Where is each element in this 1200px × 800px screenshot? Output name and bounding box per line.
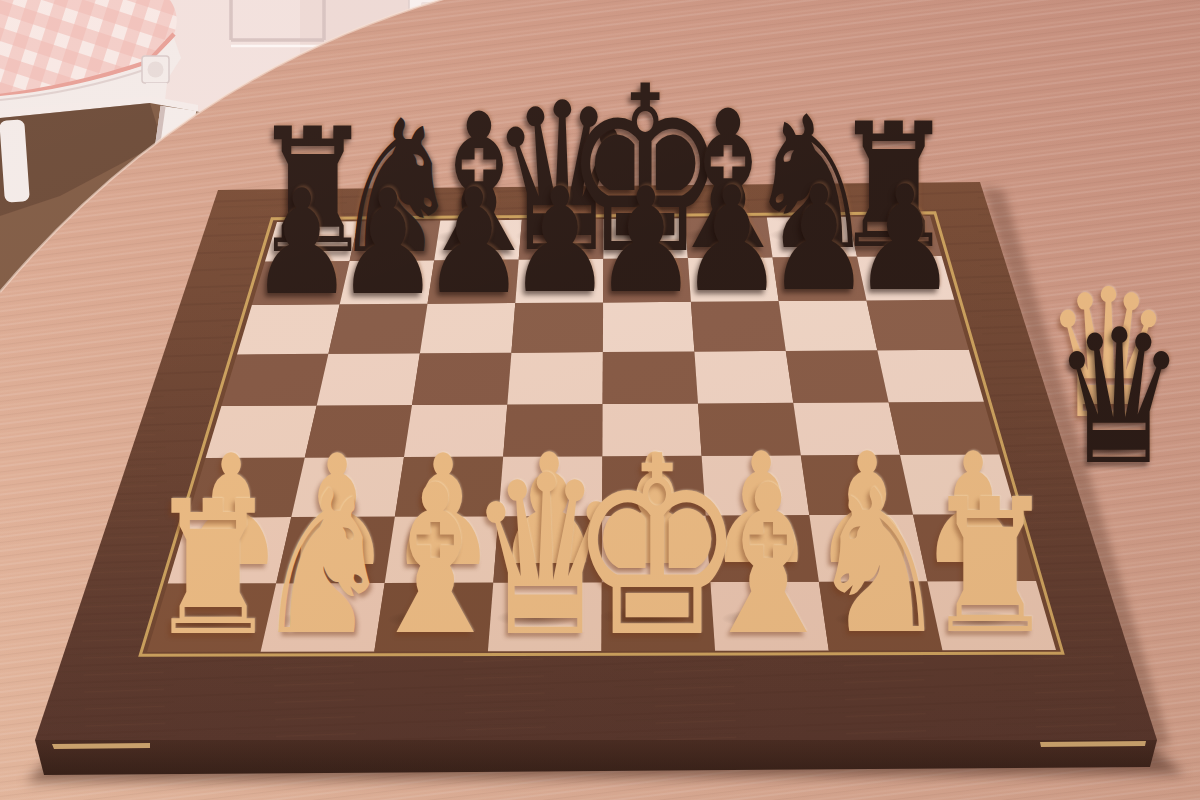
piece-black-queen-spare[interactable]: ♛ bbox=[1052, 305, 1185, 491]
photo-scene: ♜♞♝♛♚♝♞♜♟♟♟♟♟♟♟♟♟♟♟♟♟♟♟♟♜♞♝♛♚♝♞♜♛♛ bbox=[0, 0, 1200, 800]
square-a5[interactable] bbox=[221, 354, 328, 406]
piece-white-rook-h1[interactable]: ♜ bbox=[924, 475, 1057, 660]
square-c5[interactable] bbox=[412, 353, 511, 405]
rosette-center bbox=[148, 62, 164, 78]
square-g5[interactable] bbox=[786, 350, 889, 403]
board-side-inlay-right bbox=[1040, 741, 1146, 747]
piece-black-pawn-h7[interactable]: ♟ bbox=[853, 166, 957, 311]
square-d5[interactable] bbox=[507, 352, 603, 404]
square-h5[interactable] bbox=[877, 350, 984, 403]
square-e5[interactable] bbox=[603, 352, 698, 404]
square-f5[interactable] bbox=[694, 351, 793, 404]
square-b5[interactable] bbox=[317, 353, 420, 405]
board-side-inlay-left bbox=[52, 743, 150, 749]
